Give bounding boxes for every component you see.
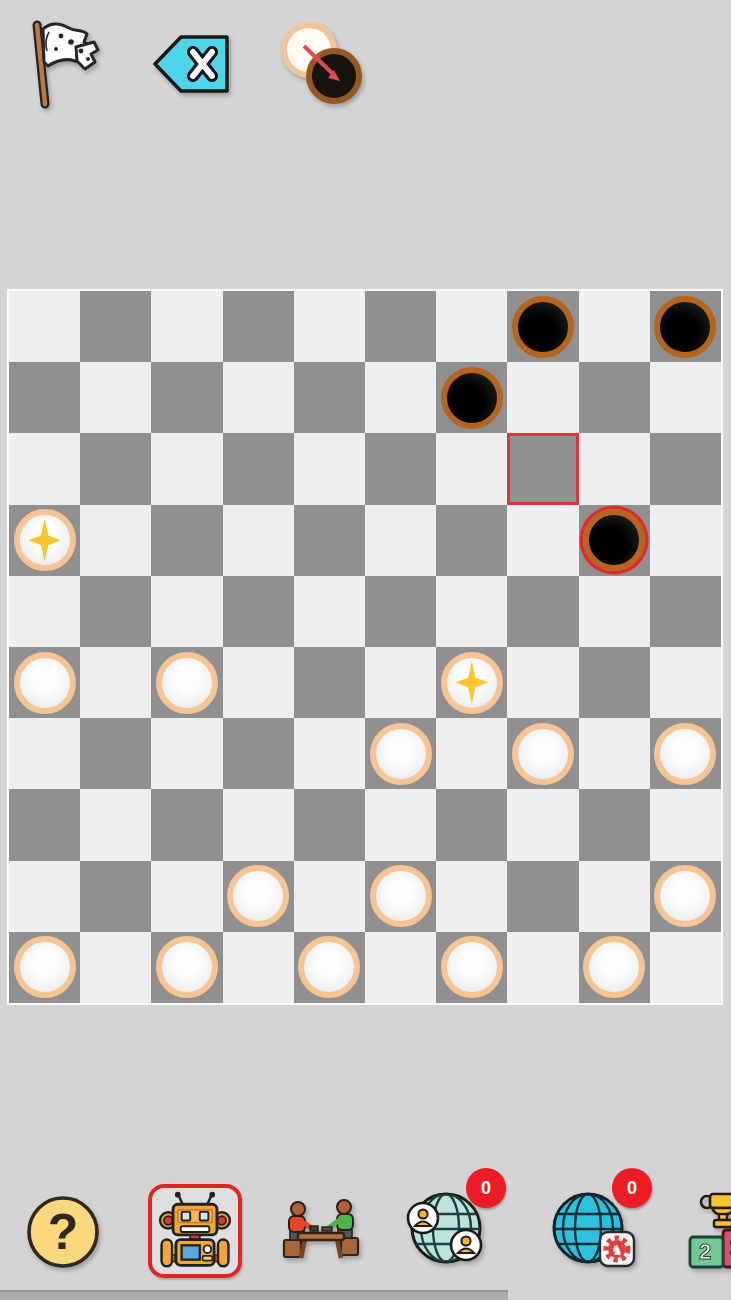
board-square-r6c4[interactable] xyxy=(294,718,365,789)
question-mark-icon: ? xyxy=(24,1192,102,1272)
board-square-r9c6[interactable] xyxy=(436,932,507,1003)
board-square-r5c4[interactable] xyxy=(294,647,365,718)
board-square-r3c5[interactable] xyxy=(365,505,436,576)
board-square-r6c6[interactable] xyxy=(436,718,507,789)
board-square-r2c6[interactable] xyxy=(436,433,507,504)
board-square-r7c4[interactable] xyxy=(294,789,365,860)
online-club-badge: 0 xyxy=(612,1168,652,1208)
board-square-r6c0[interactable] xyxy=(9,718,80,789)
board-square-r2c9[interactable] xyxy=(650,433,721,504)
board-square-r5c6[interactable] xyxy=(436,647,507,718)
board-square-r8c5[interactable] xyxy=(365,861,436,932)
online-club-button[interactable]: ♞ 0 xyxy=(544,1168,652,1274)
board-square-r7c9[interactable] xyxy=(650,789,721,860)
board-square-r5c3[interactable] xyxy=(223,647,294,718)
local-two-player-button[interactable] xyxy=(278,1192,364,1268)
white-man-piece[interactable] xyxy=(14,652,76,714)
back-x-icon xyxy=(148,28,236,100)
board-square-r8c4[interactable] xyxy=(294,861,365,932)
board-square-r6c2[interactable] xyxy=(151,718,222,789)
bottom-ad-bar xyxy=(0,1290,508,1300)
board-square-r0c6[interactable] xyxy=(436,291,507,362)
board-square-r9c5[interactable] xyxy=(365,932,436,1003)
board-square-r9c2[interactable] xyxy=(151,932,222,1003)
board-square-r0c8[interactable] xyxy=(579,291,650,362)
black-man-piece[interactable] xyxy=(654,296,716,358)
board-square-r3c4[interactable] xyxy=(294,505,365,576)
board-square-r8c6[interactable] xyxy=(436,861,507,932)
board-square-r4c3[interactable] xyxy=(223,576,294,647)
online-multiplayer-button[interactable]: 0 xyxy=(396,1168,506,1274)
board-square-r7c3[interactable] xyxy=(223,789,294,860)
white-man-piece[interactable] xyxy=(654,723,716,785)
board-square-r0c0[interactable] xyxy=(9,291,80,362)
board-square-r8c0[interactable] xyxy=(9,861,80,932)
board-square-r4c4[interactable] xyxy=(294,576,365,647)
white-man-piece[interactable] xyxy=(370,723,432,785)
board-square-r3c8[interactable] xyxy=(579,505,650,576)
board-square-r0c5[interactable] xyxy=(365,291,436,362)
board-square-r8c8[interactable] xyxy=(579,861,650,932)
white-man-piece[interactable] xyxy=(441,936,503,998)
board-square-r8c1[interactable] xyxy=(80,861,151,932)
svg-text:♞: ♞ xyxy=(611,1242,624,1258)
board-square-r2c8[interactable] xyxy=(579,433,650,504)
board-square-r2c5[interactable] xyxy=(365,433,436,504)
board-square-r5c5[interactable] xyxy=(365,647,436,718)
white-man-piece[interactable] xyxy=(227,865,289,927)
white-king-piece[interactable] xyxy=(14,509,76,571)
black-man-piece[interactable] xyxy=(512,296,574,358)
board-square-r6c5[interactable] xyxy=(365,718,436,789)
board-square-r5c8[interactable] xyxy=(579,647,650,718)
board-square-r7c2[interactable] xyxy=(151,789,222,860)
players-at-table-icon xyxy=(278,1192,364,1268)
trophy-podium-icon: 2 1 xyxy=(688,1190,731,1270)
board-square-r5c1[interactable] xyxy=(80,647,151,718)
play-vs-robot-button[interactable] xyxy=(148,1184,242,1278)
board-square-r1c8[interactable] xyxy=(579,362,650,433)
board-square-r7c5[interactable] xyxy=(365,789,436,860)
board-square-r7c8[interactable] xyxy=(579,789,650,860)
board-square-r1c4[interactable] xyxy=(294,362,365,433)
black-man-piece[interactable] xyxy=(583,509,645,571)
board-square-r0c9[interactable] xyxy=(650,291,721,362)
board-square-r2c4[interactable] xyxy=(294,433,365,504)
white-flag-icon xyxy=(24,16,108,110)
board-square-r4c1[interactable] xyxy=(80,576,151,647)
board-square-r0c3[interactable] xyxy=(223,291,294,362)
board-square-r7c1[interactable] xyxy=(80,789,151,860)
king-crown-star-icon xyxy=(28,519,61,562)
board-square-r9c9[interactable] xyxy=(650,932,721,1003)
leaderboard-button[interactable]: 2 1 xyxy=(688,1190,731,1270)
board-square-r3c0[interactable] xyxy=(9,505,80,576)
board-square-r1c1[interactable] xyxy=(80,362,151,433)
board-square-r9c4[interactable] xyxy=(294,932,365,1003)
white-man-piece[interactable] xyxy=(156,652,218,714)
white-man-piece[interactable] xyxy=(512,723,574,785)
board-square-r1c9[interactable] xyxy=(650,362,721,433)
switch-sides-button[interactable] xyxy=(278,20,368,108)
board-square-r4c9[interactable] xyxy=(650,576,721,647)
board-square-r3c2[interactable] xyxy=(151,505,222,576)
white-man-piece[interactable] xyxy=(583,936,645,998)
white-man-piece[interactable] xyxy=(14,936,76,998)
king-crown-star-icon xyxy=(455,661,488,704)
draughts-board[interactable] xyxy=(7,289,723,1005)
board-square-r7c7[interactable] xyxy=(507,789,578,860)
resign-button[interactable] xyxy=(24,16,108,110)
board-square-r0c4[interactable] xyxy=(294,291,365,362)
board-square-r8c2[interactable] xyxy=(151,861,222,932)
board-square-r1c7[interactable] xyxy=(507,362,578,433)
board-square-r1c0[interactable] xyxy=(9,362,80,433)
help-button[interactable]: ? xyxy=(24,1192,102,1272)
board-square-r9c1[interactable] xyxy=(80,932,151,1003)
board-square-r2c7[interactable] xyxy=(507,433,578,504)
board-square-r6c1[interactable] xyxy=(80,718,151,789)
white-to-black-piece-icon xyxy=(278,20,368,108)
svg-text:2: 2 xyxy=(699,1239,711,1264)
board-square-r5c2[interactable] xyxy=(151,647,222,718)
board-square-r6c9[interactable] xyxy=(650,718,721,789)
board-square-r9c8[interactable] xyxy=(579,932,650,1003)
board-square-r5c7[interactable] xyxy=(507,647,578,718)
board-square-r0c1[interactable] xyxy=(80,291,151,362)
board-square-r1c3[interactable] xyxy=(223,362,294,433)
board-square-r2c3[interactable] xyxy=(223,433,294,504)
board-square-r2c1[interactable] xyxy=(80,433,151,504)
online-multiplayer-badge: 0 xyxy=(466,1168,506,1208)
board-square-r5c9[interactable] xyxy=(650,647,721,718)
board-square-r9c0[interactable] xyxy=(9,932,80,1003)
board-square-r2c2[interactable] xyxy=(151,433,222,504)
board-square-r0c2[interactable] xyxy=(151,291,222,362)
board-square-r3c3[interactable] xyxy=(223,505,294,576)
board-square-r4c6[interactable] xyxy=(436,576,507,647)
white-king-piece[interactable] xyxy=(441,652,503,714)
board-square-r4c0[interactable] xyxy=(9,576,80,647)
board-square-r6c3[interactable] xyxy=(223,718,294,789)
board-square-r2c0[interactable] xyxy=(9,433,80,504)
svg-text:?: ? xyxy=(48,1204,79,1260)
board-square-r3c9[interactable] xyxy=(650,505,721,576)
board-square-r7c0[interactable] xyxy=(9,789,80,860)
board-square-r3c7[interactable] xyxy=(507,505,578,576)
board-square-r9c3[interactable] xyxy=(223,932,294,1003)
robot-icon xyxy=(152,1188,238,1274)
board-square-r1c6[interactable] xyxy=(436,362,507,433)
white-man-piece[interactable] xyxy=(156,936,218,998)
white-man-piece[interactable] xyxy=(654,865,716,927)
board-square-r8c3[interactable] xyxy=(223,861,294,932)
board-square-r7c6[interactable] xyxy=(436,789,507,860)
board-square-r4c2[interactable] xyxy=(151,576,222,647)
white-man-piece[interactable] xyxy=(298,936,360,998)
board-square-r0c7[interactable] xyxy=(507,291,578,362)
board-square-r3c1[interactable] xyxy=(80,505,151,576)
black-man-piece[interactable] xyxy=(441,367,503,429)
undo-button[interactable] xyxy=(148,28,236,100)
board-square-r4c5[interactable] xyxy=(365,576,436,647)
white-man-piece[interactable] xyxy=(370,865,432,927)
board-square-r1c2[interactable] xyxy=(151,362,222,433)
checkers-app-screen: { "app": "checkers", "game": "internatio… xyxy=(0,0,731,1300)
board-square-r4c7[interactable] xyxy=(507,576,578,647)
board-square-r6c7[interactable] xyxy=(507,718,578,789)
board-square-r3c6[interactable] xyxy=(436,505,507,576)
board-square-r4c8[interactable] xyxy=(579,576,650,647)
board-square-r5c0[interactable] xyxy=(9,647,80,718)
board-square-r1c5[interactable] xyxy=(365,362,436,433)
board-square-r8c7[interactable] xyxy=(507,861,578,932)
board-square-r6c8[interactable] xyxy=(579,718,650,789)
board-square-r9c7[interactable] xyxy=(507,932,578,1003)
board-square-r8c9[interactable] xyxy=(650,861,721,932)
